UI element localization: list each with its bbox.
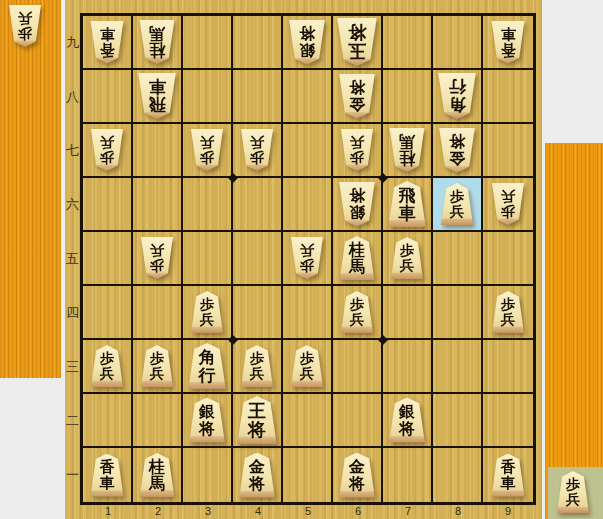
piece-桂馬[interactable]: 桂馬 bbox=[339, 236, 376, 280]
piece-face: 金将 bbox=[338, 74, 376, 119]
piece-銀将-inverted[interactable]: 銀将 bbox=[338, 182, 376, 227]
square-4一[interactable]: 金将 bbox=[233, 448, 283, 502]
piece-face: 桂馬 bbox=[339, 236, 376, 280]
square-5二[interactable] bbox=[283, 394, 333, 448]
square-6九[interactable]: 玉将 bbox=[333, 16, 383, 70]
square-3二[interactable]: 銀将 bbox=[183, 394, 233, 448]
square-3六[interactable] bbox=[183, 178, 233, 232]
column-label-6: 6 bbox=[333, 505, 383, 517]
row-label-三: 三 bbox=[65, 340, 80, 394]
piece-face: 歩兵 bbox=[390, 237, 424, 279]
piece-face: 銀将 bbox=[288, 20, 326, 65]
square-2一[interactable]: 桂馬 bbox=[133, 448, 183, 502]
square-1七[interactable]: 歩兵 bbox=[83, 124, 133, 178]
piece-face: 歩兵 bbox=[556, 471, 590, 513]
piece-角行[interactable]: 角行 bbox=[187, 343, 227, 389]
square-6六[interactable]: 銀将 bbox=[333, 178, 383, 232]
piece-金将[interactable]: 金将 bbox=[338, 453, 376, 498]
piece-飛車-inverted[interactable]: 飛車 bbox=[137, 73, 177, 119]
piece-face: 飛車 bbox=[137, 73, 177, 119]
square-8三[interactable] bbox=[433, 340, 483, 394]
piece-face: 歩兵 bbox=[90, 345, 124, 387]
square-8一[interactable] bbox=[433, 448, 483, 502]
square-8二[interactable] bbox=[433, 394, 483, 448]
square-3一[interactable] bbox=[183, 448, 233, 502]
square-2七[interactable] bbox=[133, 124, 183, 178]
square-5九[interactable]: 銀将 bbox=[283, 16, 333, 70]
piece-桂馬-inverted[interactable]: 桂馬 bbox=[139, 20, 176, 64]
square-7六[interactable]: 飛車 bbox=[383, 178, 433, 232]
square-9七[interactable] bbox=[483, 124, 533, 178]
square-9八[interactable] bbox=[483, 70, 533, 124]
piece-香車-inverted[interactable]: 香車 bbox=[491, 21, 526, 64]
square-1九[interactable]: 香車 bbox=[83, 16, 133, 70]
row-label-六: 六 bbox=[65, 178, 80, 232]
square-5七[interactable] bbox=[283, 124, 333, 178]
piece-歩兵-inverted[interactable]: 歩兵 bbox=[290, 237, 324, 279]
square-8五[interactable] bbox=[433, 232, 483, 286]
column-label-4: 4 bbox=[233, 505, 283, 517]
square-5三[interactable]: 歩兵 bbox=[283, 340, 333, 394]
row-label-五: 五 bbox=[65, 232, 80, 286]
piece-金将-inverted[interactable]: 金将 bbox=[438, 128, 476, 173]
square-9六[interactable]: 歩兵 bbox=[483, 178, 533, 232]
piece-face: 歩兵 bbox=[90, 129, 124, 171]
piece-face: 歩兵 bbox=[240, 129, 274, 171]
square-8九[interactable] bbox=[433, 16, 483, 70]
square-9二[interactable] bbox=[483, 394, 533, 448]
piece-face: 金将 bbox=[338, 453, 376, 498]
square-4五[interactable] bbox=[233, 232, 283, 286]
piece-face: 歩兵 bbox=[340, 291, 374, 333]
square-7三[interactable] bbox=[383, 340, 433, 394]
square-6四[interactable]: 歩兵 bbox=[333, 286, 383, 340]
square-9九[interactable]: 香車 bbox=[483, 16, 533, 70]
square-2八[interactable]: 飛車 bbox=[133, 70, 183, 124]
piece-香車[interactable]: 香車 bbox=[90, 454, 125, 497]
piece-歩兵-inverted[interactable]: 歩兵 bbox=[140, 237, 174, 279]
square-3五[interactable] bbox=[183, 232, 233, 286]
piece-金将-inverted[interactable]: 金将 bbox=[338, 74, 376, 119]
piece-歩兵-inverted[interactable]: 歩兵 bbox=[190, 129, 224, 171]
piece-face: 銀将 bbox=[188, 398, 226, 443]
piece-歩兵-inverted[interactable]: 歩兵 bbox=[90, 129, 124, 171]
square-1二[interactable] bbox=[83, 394, 133, 448]
square-5六[interactable] bbox=[283, 178, 333, 232]
piece-歩兵[interactable]: 歩兵 bbox=[240, 345, 274, 387]
piece-歩兵-inverted[interactable]: 歩兵 bbox=[8, 5, 42, 47]
square-8七[interactable]: 金将 bbox=[433, 124, 483, 178]
piece-face: 香車 bbox=[491, 454, 526, 497]
row-label-七: 七 bbox=[65, 124, 80, 178]
piece-歩兵[interactable]: 歩兵 bbox=[556, 471, 590, 513]
square-2九[interactable]: 桂馬 bbox=[133, 16, 183, 70]
square-1八[interactable] bbox=[83, 70, 133, 124]
piece-香車[interactable]: 香車 bbox=[491, 454, 526, 497]
piece-face: 歩兵 bbox=[8, 5, 42, 47]
square-4七[interactable]: 歩兵 bbox=[233, 124, 283, 178]
piece-face: 銀将 bbox=[388, 398, 426, 443]
piece-歩兵[interactable]: 歩兵 bbox=[390, 237, 424, 279]
piece-face: 歩兵 bbox=[190, 291, 224, 333]
piece-桂馬-inverted[interactable]: 桂馬 bbox=[389, 128, 426, 172]
column-label-5: 5 bbox=[283, 505, 333, 517]
square-4六[interactable] bbox=[233, 178, 283, 232]
piece-歩兵-inverted[interactable]: 歩兵 bbox=[491, 183, 525, 225]
piece-face: 歩兵 bbox=[190, 129, 224, 171]
piece-face: 角行 bbox=[187, 343, 227, 389]
column-label-1: 1 bbox=[83, 505, 133, 517]
piece-玉将-inverted[interactable]: 玉将 bbox=[336, 18, 378, 66]
piece-face: 王将 bbox=[236, 396, 278, 444]
row-labels: 九八七六五四三二一 bbox=[65, 16, 80, 502]
piece-face: 歩兵 bbox=[240, 345, 274, 387]
shogi-app: 歩兵 九八七六五四三二一 香車桂馬銀将玉将香車飛車金将角行歩兵歩兵歩兵歩兵桂馬金… bbox=[0, 0, 603, 519]
square-5一[interactable] bbox=[283, 448, 333, 502]
square-2六[interactable] bbox=[133, 178, 183, 232]
row-label-八: 八 bbox=[65, 70, 80, 124]
square-1四[interactable] bbox=[83, 286, 133, 340]
piece-王将[interactable]: 王将 bbox=[236, 396, 278, 444]
square-9四[interactable]: 歩兵 bbox=[483, 286, 533, 340]
square-8八[interactable]: 角行 bbox=[433, 70, 483, 124]
square-1五[interactable] bbox=[83, 232, 133, 286]
square-2五[interactable]: 歩兵 bbox=[133, 232, 183, 286]
square-6二[interactable] bbox=[333, 394, 383, 448]
square-2三[interactable]: 歩兵 bbox=[133, 340, 183, 394]
piece-歩兵[interactable]: 歩兵 bbox=[440, 183, 474, 225]
square-2四[interactable] bbox=[133, 286, 183, 340]
square-9五[interactable] bbox=[483, 232, 533, 286]
piece-face: 金将 bbox=[238, 453, 276, 498]
square-3四[interactable]: 歩兵 bbox=[183, 286, 233, 340]
piece-face: 桂馬 bbox=[139, 453, 176, 497]
square-1一[interactable]: 香車 bbox=[83, 448, 133, 502]
row-label-九: 九 bbox=[65, 16, 80, 70]
piece-銀将-inverted[interactable]: 銀将 bbox=[288, 20, 326, 65]
square-8四[interactable] bbox=[433, 286, 483, 340]
piece-銀将[interactable]: 銀将 bbox=[388, 398, 426, 443]
piece-歩兵[interactable]: 歩兵 bbox=[290, 345, 324, 387]
square-6五[interactable]: 桂馬 bbox=[333, 232, 383, 286]
piece-face: 桂馬 bbox=[389, 128, 426, 172]
piece-face: 金将 bbox=[438, 128, 476, 173]
square-6八[interactable]: 金将 bbox=[333, 70, 383, 124]
square-5四[interactable] bbox=[283, 286, 333, 340]
piece-香車-inverted[interactable]: 香車 bbox=[90, 21, 125, 64]
square-7七[interactable]: 桂馬 bbox=[383, 124, 433, 178]
piece-face: 飛車 bbox=[387, 181, 427, 227]
piece-face: 歩兵 bbox=[491, 291, 525, 333]
column-labels: 123456789 bbox=[83, 505, 533, 517]
square-1三[interactable]: 歩兵 bbox=[83, 340, 133, 394]
piece-桂馬[interactable]: 桂馬 bbox=[139, 453, 176, 497]
square-4八[interactable] bbox=[233, 70, 283, 124]
square-8六[interactable]: 歩兵 bbox=[433, 178, 483, 232]
square-4九[interactable] bbox=[233, 16, 283, 70]
piece-face: 銀将 bbox=[338, 182, 376, 227]
square-6一[interactable]: 金将 bbox=[333, 448, 383, 502]
square-9一[interactable]: 香車 bbox=[483, 448, 533, 502]
square-4四[interactable] bbox=[233, 286, 283, 340]
square-6三[interactable] bbox=[333, 340, 383, 394]
board-panel: 九八七六五四三二一 香車桂馬銀将玉将香車飛車金将角行歩兵歩兵歩兵歩兵桂馬金将銀将… bbox=[65, 0, 542, 519]
piece-face: 香車 bbox=[90, 21, 125, 64]
piece-face: 歩兵 bbox=[290, 237, 324, 279]
piece-face: 歩兵 bbox=[491, 183, 525, 225]
piece-歩兵[interactable]: 歩兵 bbox=[140, 345, 174, 387]
square-5八[interactable] bbox=[283, 70, 333, 124]
column-label-2: 2 bbox=[133, 505, 183, 517]
piece-face: 歩兵 bbox=[440, 183, 474, 225]
piece-face: 歩兵 bbox=[140, 237, 174, 279]
piece-歩兵[interactable]: 歩兵 bbox=[90, 345, 124, 387]
piece-飛車[interactable]: 飛車 bbox=[387, 181, 427, 227]
square-4三[interactable]: 歩兵 bbox=[233, 340, 283, 394]
piece-face: 玉将 bbox=[336, 18, 378, 66]
square-5五[interactable]: 歩兵 bbox=[283, 232, 333, 286]
square-3三[interactable]: 角行 bbox=[183, 340, 233, 394]
piece-face: 角行 bbox=[437, 73, 477, 119]
piece-face: 歩兵 bbox=[140, 345, 174, 387]
square-6七[interactable]: 歩兵 bbox=[333, 124, 383, 178]
square-9三[interactable] bbox=[483, 340, 533, 394]
piece-face: 歩兵 bbox=[290, 345, 324, 387]
square-4二[interactable]: 王将 bbox=[233, 394, 283, 448]
row-label-一: 一 bbox=[65, 448, 80, 502]
piece-歩兵[interactable]: 歩兵 bbox=[491, 291, 525, 333]
piece-face: 香車 bbox=[90, 454, 125, 497]
row-label-四: 四 bbox=[65, 286, 80, 340]
square-2二[interactable] bbox=[133, 394, 183, 448]
piece-歩兵-inverted[interactable]: 歩兵 bbox=[340, 129, 374, 171]
piece-face: 歩兵 bbox=[340, 129, 374, 171]
square-1六[interactable] bbox=[83, 178, 133, 232]
komadai-right[interactable]: 歩兵 bbox=[545, 143, 603, 519]
square-7九[interactable] bbox=[383, 16, 433, 70]
column-label-3: 3 bbox=[183, 505, 233, 517]
piece-銀将[interactable]: 銀将 bbox=[188, 398, 226, 443]
square-7四[interactable] bbox=[383, 286, 433, 340]
column-label-9: 9 bbox=[483, 505, 533, 517]
column-label-8: 8 bbox=[433, 505, 483, 517]
square-3八[interactable] bbox=[183, 70, 233, 124]
piece-歩兵[interactable]: 歩兵 bbox=[190, 291, 224, 333]
piece-金将[interactable]: 金将 bbox=[238, 453, 276, 498]
square-7二[interactable]: 銀将 bbox=[383, 394, 433, 448]
piece-face: 桂馬 bbox=[139, 20, 176, 64]
square-7一[interactable] bbox=[383, 448, 433, 502]
square-7八[interactable] bbox=[383, 70, 433, 124]
piece-歩兵-inverted[interactable]: 歩兵 bbox=[240, 129, 274, 171]
komadai-left[interactable]: 歩兵 bbox=[0, 0, 61, 378]
square-3九[interactable] bbox=[183, 16, 233, 70]
board-grid: 香車桂馬銀将玉将香車飛車金将角行歩兵歩兵歩兵歩兵桂馬金将銀将飛車歩兵歩兵歩兵歩兵… bbox=[80, 13, 536, 505]
column-label-7: 7 bbox=[383, 505, 433, 517]
row-label-二: 二 bbox=[65, 394, 80, 448]
piece-歩兵[interactable]: 歩兵 bbox=[340, 291, 374, 333]
square-3七[interactable]: 歩兵 bbox=[183, 124, 233, 178]
square-7五[interactable]: 歩兵 bbox=[383, 232, 433, 286]
piece-角行-inverted[interactable]: 角行 bbox=[437, 73, 477, 119]
piece-face: 香車 bbox=[491, 21, 526, 64]
